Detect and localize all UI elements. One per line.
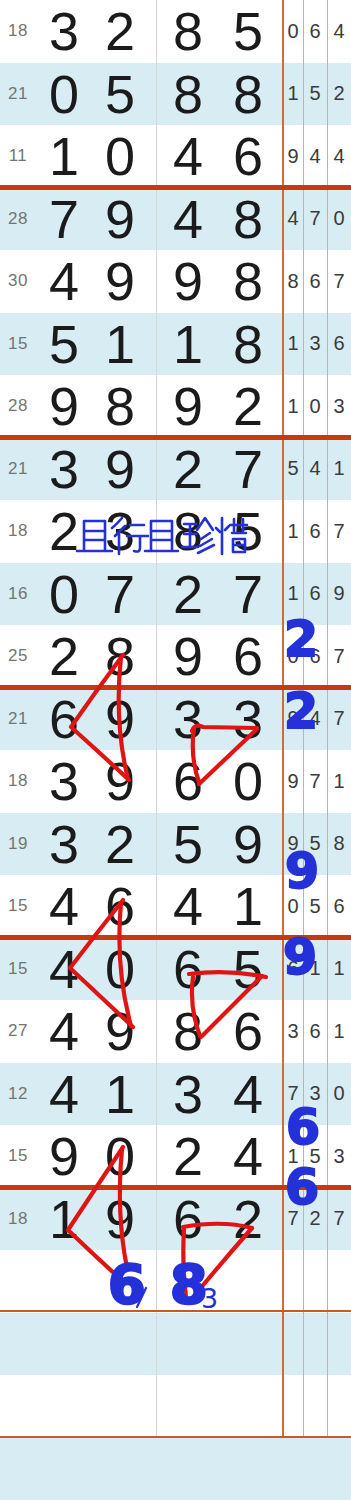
side-digit: 1	[303, 938, 327, 1001]
main-digit: 9	[92, 750, 148, 813]
side-digit: 5	[303, 813, 327, 876]
draw-row-10: 160727169	[0, 563, 351, 626]
main-digit: 8	[160, 1000, 216, 1063]
side-digit: 0	[283, 625, 303, 688]
main-digit: 3	[36, 0, 92, 63]
main-digit: 2	[36, 625, 92, 688]
main-digit: 2	[220, 375, 276, 438]
draw-row-16: 154065611	[0, 938, 351, 1001]
side-digit: 4	[303, 688, 327, 751]
sum-value: 30	[2, 250, 34, 313]
draw-row-15: 154641056	[0, 875, 351, 938]
draw-row-17: 274986361	[0, 1000, 351, 1063]
main-digit: 5	[92, 63, 148, 126]
draw-row-7: 289892103	[0, 375, 351, 438]
main-digit: 2	[92, 0, 148, 63]
sum-value: 15	[2, 938, 34, 1001]
side-digit: 3	[327, 1125, 351, 1188]
side-digit: 9	[283, 125, 303, 188]
main-digit: 6	[160, 750, 216, 813]
sum-value: 11	[2, 125, 34, 188]
side-digit: 6	[303, 0, 327, 63]
draw-row-9: 182385167	[0, 500, 351, 563]
main-digit: 3	[92, 500, 148, 563]
side-digit: 1	[327, 750, 351, 813]
side-digit: 6	[327, 313, 351, 376]
side-digit: 9	[283, 813, 303, 876]
main-digit: 4	[160, 125, 216, 188]
sum-value: 18	[2, 1188, 34, 1251]
side-digit: 4	[327, 0, 351, 63]
main-digit: 8	[160, 0, 216, 63]
main-digit: 2	[220, 1188, 276, 1251]
main-digit: 1	[92, 1063, 148, 1126]
main-digit: 2	[160, 1125, 216, 1188]
side-digit: 4	[283, 188, 303, 251]
main-digit: 8	[92, 625, 148, 688]
side-digit: 1	[283, 1125, 303, 1188]
grid-vline-ref1	[303, 0, 304, 1437]
group-separator-line	[0, 935, 351, 940]
main-digit: 3	[36, 438, 92, 501]
side-digit: 3	[327, 375, 351, 438]
thin-separator-line	[0, 1310, 351, 1312]
main-digit: 6	[160, 1188, 216, 1251]
sum-value: 16	[2, 563, 34, 626]
draw-row-3: 111046944	[0, 125, 351, 188]
sum-value: 15	[2, 1125, 34, 1188]
side-digit: 1	[283, 500, 303, 563]
sum-value: 28	[2, 188, 34, 251]
main-digit: 6	[220, 125, 276, 188]
side-digit: 4	[303, 438, 327, 501]
main-digit: 9	[92, 688, 148, 751]
main-digit: 5	[160, 813, 216, 876]
main-digit: 4	[36, 250, 92, 313]
main-digit: 8	[220, 313, 276, 376]
main-digit: 9	[36, 1125, 92, 1188]
side-digit: 7	[303, 188, 327, 251]
main-digit: 9	[160, 625, 216, 688]
grid-vline-main-split	[156, 0, 157, 1437]
main-digit: 1	[36, 1188, 92, 1251]
main-digit: 9	[92, 1188, 148, 1251]
draw-row-1: 183285064	[0, 0, 351, 63]
side-digit: 1	[327, 938, 351, 1001]
main-digit: 3	[160, 1063, 216, 1126]
draw-row-14: 193259958	[0, 813, 351, 876]
main-digit: 4	[160, 188, 216, 251]
main-digit: 2	[36, 500, 92, 563]
main-digit: 9	[160, 375, 216, 438]
side-digit: 1	[283, 375, 303, 438]
empty-row-21	[0, 1250, 351, 1313]
side-digit: 1	[283, 313, 303, 376]
group-separator-line	[0, 1185, 351, 1190]
side-digit: 0	[283, 0, 303, 63]
side-digit: 2	[303, 1188, 327, 1251]
main-digit: 5	[220, 938, 276, 1001]
main-digit: 5	[36, 313, 92, 376]
main-digit: 7	[220, 563, 276, 626]
main-digit: 4	[220, 1063, 276, 1126]
sum-value: 27	[2, 1000, 34, 1063]
main-digit: 9	[92, 438, 148, 501]
main-digit: 3	[160, 688, 216, 751]
main-digit: 6	[36, 688, 92, 751]
main-digit: 2	[160, 563, 216, 626]
main-digit: 1	[160, 313, 216, 376]
side-digit: 3	[303, 313, 327, 376]
side-digit: 7	[327, 688, 351, 751]
side-digit: 7	[283, 1188, 303, 1251]
side-digit: 6	[303, 1000, 327, 1063]
sum-value: 18	[2, 500, 34, 563]
main-digit: 3	[36, 750, 92, 813]
side-digit: 7	[303, 750, 327, 813]
side-digit: 7	[327, 500, 351, 563]
side-digit: 2	[327, 63, 351, 126]
main-digit: 9	[160, 250, 216, 313]
main-digit: 9	[92, 188, 148, 251]
side-digit: 1	[283, 563, 303, 626]
main-digit: 0	[36, 563, 92, 626]
main-digit: 7	[92, 563, 148, 626]
side-digit: 8	[283, 250, 303, 313]
draw-row-13: 183960971	[0, 750, 351, 813]
side-digit: 7	[327, 250, 351, 313]
sum-value: 15	[2, 875, 34, 938]
side-digit: 6	[303, 500, 327, 563]
side-digit: 0	[283, 875, 303, 938]
main-digit: 9	[36, 375, 92, 438]
draw-row-20: 181962727	[0, 1188, 351, 1251]
main-digit: 8	[220, 63, 276, 126]
draw-row-19: 159024153	[0, 1125, 351, 1188]
main-digit: 1	[92, 313, 148, 376]
side-digit: 6	[327, 875, 351, 938]
draw-row-4: 287948470	[0, 188, 351, 251]
grid-vline-ref2	[327, 0, 328, 1437]
sum-value: 15	[2, 313, 34, 376]
main-digit: 8	[220, 188, 276, 251]
main-digit: 4	[36, 1063, 92, 1126]
draw-row-5: 304998867	[0, 250, 351, 313]
sum-value: 18	[2, 0, 34, 63]
main-digit: 6	[92, 875, 148, 938]
main-digit: 4	[220, 1125, 276, 1188]
draw-row-6: 155118136	[0, 313, 351, 376]
side-digit: 0	[327, 1063, 351, 1126]
main-digit: 2	[160, 438, 216, 501]
main-digit: 9	[92, 1000, 148, 1063]
draw-row-12: 216933947	[0, 688, 351, 751]
main-digit: 8	[160, 63, 216, 126]
rows-container: 1832850642105881521110469442879484703049…	[0, 0, 351, 1500]
side-digit: 3	[303, 1063, 327, 1126]
sum-value: 25	[2, 625, 34, 688]
sum-value: 21	[2, 63, 34, 126]
sum-value: 28	[2, 375, 34, 438]
empty-row-23	[0, 1375, 351, 1438]
thin-separator-line	[0, 1436, 351, 1438]
sum-value: 21	[2, 438, 34, 501]
main-digit: 4	[36, 938, 92, 1001]
sum-value: 21	[2, 688, 34, 751]
main-digit: 8	[220, 250, 276, 313]
grid-vline-accent	[282, 0, 284, 1437]
lottery-trend-chart: 1832850642105881521110469442879484703049…	[0, 0, 351, 1500]
side-digit: 3	[283, 1000, 303, 1063]
side-digit: 7	[327, 625, 351, 688]
side-digit: 1	[327, 438, 351, 501]
main-digit: 0	[92, 938, 148, 1001]
side-digit: 6	[303, 625, 327, 688]
side-digit: 5	[303, 63, 327, 126]
main-digit: 6	[220, 1000, 276, 1063]
draw-row-8: 213927541	[0, 438, 351, 501]
main-digit: 5	[220, 0, 276, 63]
draw-row-2: 210588152	[0, 63, 351, 126]
main-digit: 3	[36, 813, 92, 876]
sum-value: 12	[2, 1063, 34, 1126]
main-digit: 9	[92, 250, 148, 313]
side-digit: 5	[303, 1125, 327, 1188]
draw-row-11: 252896067	[0, 625, 351, 688]
side-digit: 4	[303, 125, 327, 188]
main-digit: 1	[220, 875, 276, 938]
main-digit: 5	[220, 500, 276, 563]
main-digit: 0	[36, 63, 92, 126]
draw-row-18: 124134730	[0, 1063, 351, 1126]
main-digit: 2	[92, 813, 148, 876]
side-digit: 8	[327, 813, 351, 876]
group-separator-line	[0, 685, 351, 690]
main-digit: 1	[36, 125, 92, 188]
side-digit: 0	[303, 375, 327, 438]
side-digit: 1	[283, 63, 303, 126]
main-digit: 0	[92, 1125, 148, 1188]
side-digit: 9	[283, 688, 303, 751]
main-digit: 9	[220, 813, 276, 876]
empty-row-24	[0, 1438, 351, 1500]
main-digit: 7	[220, 438, 276, 501]
side-digit: 7	[327, 1188, 351, 1251]
side-digit: 0	[327, 188, 351, 251]
side-digit: 7	[283, 1063, 303, 1126]
main-digit: 8	[92, 375, 148, 438]
side-digit: 5	[303, 875, 327, 938]
main-digit: 6	[160, 938, 216, 1001]
main-digit: 6	[220, 625, 276, 688]
main-digit: 8	[160, 500, 216, 563]
sum-value: 19	[2, 813, 34, 876]
main-digit: 0	[92, 125, 148, 188]
side-digit: 6	[283, 938, 303, 1001]
side-digit: 9	[327, 563, 351, 626]
sum-value: 18	[2, 750, 34, 813]
main-digit: 4	[36, 875, 92, 938]
side-digit: 5	[283, 438, 303, 501]
group-separator-line	[0, 185, 351, 190]
side-digit: 6	[303, 250, 327, 313]
main-digit: 0	[220, 750, 276, 813]
side-digit: 9	[283, 750, 303, 813]
main-digit: 7	[36, 188, 92, 251]
main-digit: 3	[220, 688, 276, 751]
group-separator-line	[0, 435, 351, 440]
side-digit: 6	[303, 563, 327, 626]
empty-row-22	[0, 1313, 351, 1376]
main-digit: 4	[36, 1000, 92, 1063]
side-digit: 4	[327, 125, 351, 188]
side-digit: 1	[327, 1000, 351, 1063]
main-digit: 4	[160, 875, 216, 938]
